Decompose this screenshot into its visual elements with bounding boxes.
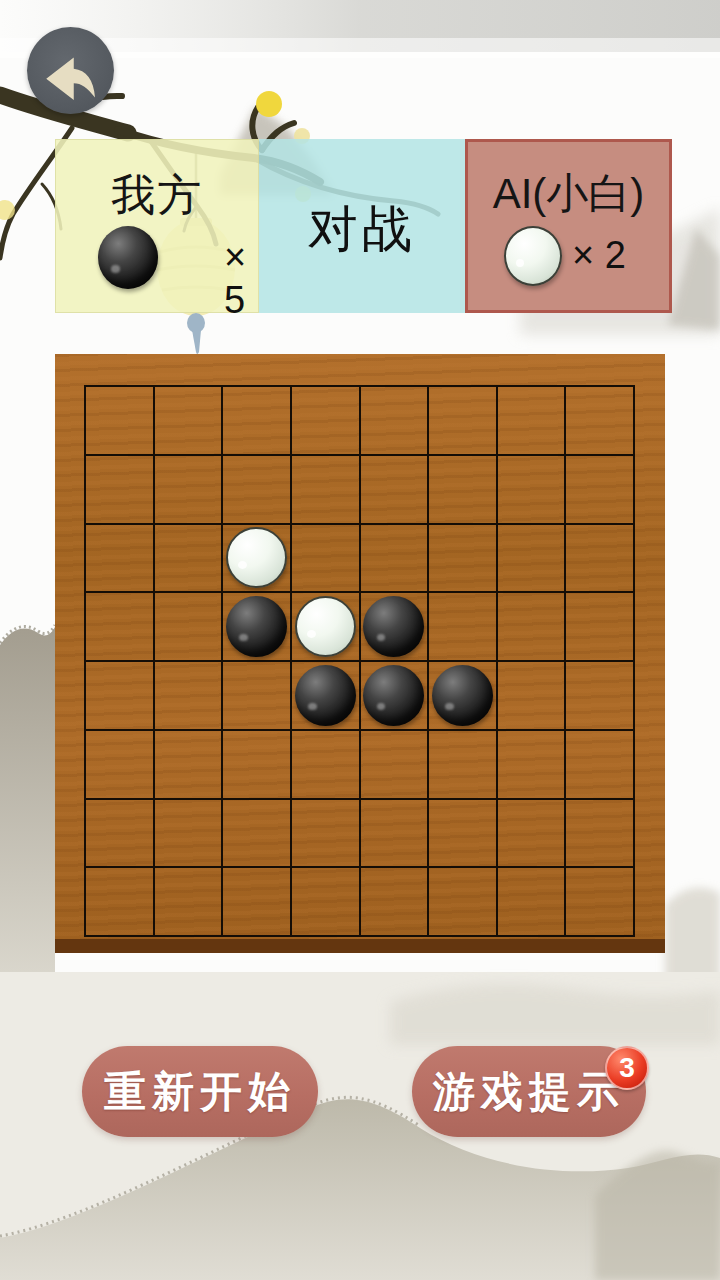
versus-label: 对战 bbox=[259, 196, 465, 263]
ai-count-label: × 2 bbox=[572, 234, 626, 277]
cell-2-2[interactable] bbox=[222, 524, 291, 593]
cell-5-0[interactable] bbox=[85, 730, 154, 799]
hint-label: 游戏提示 bbox=[433, 1068, 625, 1115]
cell-2-0[interactable] bbox=[85, 524, 154, 593]
cell-6-1[interactable] bbox=[154, 799, 223, 868]
cell-7-1[interactable] bbox=[154, 867, 223, 936]
cell-2-1[interactable] bbox=[154, 524, 223, 593]
cell-7-2[interactable] bbox=[222, 867, 291, 936]
cell-1-2[interactable] bbox=[222, 455, 291, 524]
player-count-label: × 5 bbox=[224, 236, 258, 322]
game-board bbox=[55, 354, 665, 953]
cell-7-3[interactable] bbox=[291, 867, 360, 936]
cell-1-6[interactable] bbox=[497, 455, 566, 524]
black-stone bbox=[363, 596, 424, 657]
cell-2-4[interactable] bbox=[360, 524, 429, 593]
cell-5-5[interactable] bbox=[428, 730, 497, 799]
white-stone-icon bbox=[504, 226, 562, 286]
board-grid bbox=[84, 385, 635, 937]
cell-1-4[interactable] bbox=[360, 455, 429, 524]
white-stone bbox=[226, 527, 287, 588]
cell-4-3[interactable] bbox=[291, 661, 360, 730]
cell-0-3[interactable] bbox=[291, 386, 360, 455]
hint-button[interactable]: 游戏提示 3 bbox=[412, 1046, 646, 1137]
ai-label: AI(小白) bbox=[468, 166, 669, 222]
cell-4-5[interactable] bbox=[428, 661, 497, 730]
cell-6-0[interactable] bbox=[85, 799, 154, 868]
cell-0-0[interactable] bbox=[85, 386, 154, 455]
hint-count-badge: 3 bbox=[605, 1046, 649, 1090]
black-stone bbox=[363, 665, 424, 726]
cell-6-4[interactable] bbox=[360, 799, 429, 868]
black-stone bbox=[295, 665, 356, 726]
white-stone bbox=[295, 596, 356, 657]
cell-2-7[interactable] bbox=[565, 524, 634, 593]
cell-3-4[interactable] bbox=[360, 592, 429, 661]
cell-0-2[interactable] bbox=[222, 386, 291, 455]
cell-2-6[interactable] bbox=[497, 524, 566, 593]
cell-0-5[interactable] bbox=[428, 386, 497, 455]
cell-5-1[interactable] bbox=[154, 730, 223, 799]
cell-6-2[interactable] bbox=[222, 799, 291, 868]
cell-3-6[interactable] bbox=[497, 592, 566, 661]
cell-7-6[interactable] bbox=[497, 867, 566, 936]
gomoku-game-screen: 我方 × 5 对战 AI(小白) × 2 重新开始 游戏提示 3 bbox=[0, 0, 720, 1280]
cell-0-1[interactable] bbox=[154, 386, 223, 455]
cell-3-1[interactable] bbox=[154, 592, 223, 661]
bg-left-mountain bbox=[0, 625, 55, 990]
cell-7-5[interactable] bbox=[428, 867, 497, 936]
cell-4-7[interactable] bbox=[565, 661, 634, 730]
restart-label: 重新开始 bbox=[104, 1068, 296, 1115]
back-arrow-icon bbox=[42, 55, 98, 105]
cell-6-5[interactable] bbox=[428, 799, 497, 868]
cell-3-3[interactable] bbox=[291, 592, 360, 661]
cell-0-4[interactable] bbox=[360, 386, 429, 455]
player-score-box: 我方 × 5 bbox=[55, 139, 259, 313]
ai-stone-count: × 2 bbox=[468, 224, 669, 288]
cell-2-3[interactable] bbox=[291, 524, 360, 593]
cell-4-0[interactable] bbox=[85, 661, 154, 730]
cell-5-4[interactable] bbox=[360, 730, 429, 799]
cell-1-0[interactable] bbox=[85, 455, 154, 524]
cell-4-4[interactable] bbox=[360, 661, 429, 730]
cell-6-3[interactable] bbox=[291, 799, 360, 868]
cell-2-5[interactable] bbox=[428, 524, 497, 593]
cell-6-6[interactable] bbox=[497, 799, 566, 868]
cell-3-0[interactable] bbox=[85, 592, 154, 661]
cell-1-5[interactable] bbox=[428, 455, 497, 524]
cell-3-7[interactable] bbox=[565, 592, 634, 661]
player-stone-count: × 5 bbox=[56, 226, 258, 290]
black-stone bbox=[432, 665, 493, 726]
cell-1-1[interactable] bbox=[154, 455, 223, 524]
cell-6-7[interactable] bbox=[565, 799, 634, 868]
cell-0-6[interactable] bbox=[497, 386, 566, 455]
black-stone-icon bbox=[98, 226, 158, 289]
cell-4-6[interactable] bbox=[497, 661, 566, 730]
black-stone bbox=[226, 596, 287, 657]
cell-3-5[interactable] bbox=[428, 592, 497, 661]
cell-7-7[interactable] bbox=[565, 867, 634, 936]
cell-5-2[interactable] bbox=[222, 730, 291, 799]
cell-4-2[interactable] bbox=[222, 661, 291, 730]
ai-score-box: AI(小白) × 2 bbox=[465, 139, 672, 313]
cell-5-7[interactable] bbox=[565, 730, 634, 799]
cell-5-3[interactable] bbox=[291, 730, 360, 799]
cell-0-7[interactable] bbox=[565, 386, 634, 455]
cell-1-7[interactable] bbox=[565, 455, 634, 524]
cell-4-1[interactable] bbox=[154, 661, 223, 730]
cell-1-3[interactable] bbox=[291, 455, 360, 524]
cell-7-4[interactable] bbox=[360, 867, 429, 936]
cell-5-6[interactable] bbox=[497, 730, 566, 799]
cell-7-0[interactable] bbox=[85, 867, 154, 936]
versus-box: 对战 bbox=[259, 139, 465, 313]
back-button[interactable] bbox=[27, 27, 114, 114]
player-label: 我方 bbox=[56, 166, 258, 225]
restart-button[interactable]: 重新开始 bbox=[82, 1046, 318, 1137]
cell-3-2[interactable] bbox=[222, 592, 291, 661]
